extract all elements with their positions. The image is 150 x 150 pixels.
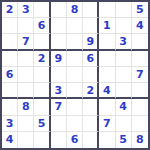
cell-r7c3[interactable] [34, 99, 50, 115]
cell-r4c6[interactable]: 6 [83, 51, 99, 67]
cell-r6c9[interactable] [132, 83, 148, 99]
cell-r2c6[interactable] [83, 18, 99, 34]
cell-r4c8[interactable] [116, 51, 132, 67]
cell-r5c6[interactable] [83, 67, 99, 83]
cell-r8c3[interactable]: 5 [34, 116, 50, 132]
cell-r1c8[interactable] [116, 2, 132, 18]
cell-r6c5[interactable] [67, 83, 83, 99]
cell-r4c7[interactable] [99, 51, 115, 67]
cell-r9c8[interactable]: 5 [116, 132, 132, 148]
cell-r8c1[interactable]: 3 [2, 116, 18, 132]
cell-r6c3[interactable] [34, 83, 50, 99]
cell-r2c7[interactable]: 1 [99, 18, 115, 34]
cell-r3c7[interactable] [99, 34, 115, 50]
cell-r5c1[interactable]: 6 [2, 67, 18, 83]
cell-r7c4[interactable]: 7 [51, 99, 67, 115]
cell-r1c9[interactable]: 5 [132, 2, 148, 18]
cell-r9c3[interactable] [34, 132, 50, 148]
cell-r7c9[interactable] [132, 99, 148, 115]
cell-r9c2[interactable] [18, 132, 34, 148]
cell-r8c8[interactable] [116, 116, 132, 132]
cell-r2c5[interactable] [67, 18, 83, 34]
sudoku-board: 2385614793296673248743574658 [0, 0, 150, 150]
cell-r2c8[interactable] [116, 18, 132, 34]
cell-r3c6[interactable]: 9 [83, 34, 99, 50]
cell-r2c1[interactable] [2, 18, 18, 34]
cell-r5c4[interactable] [51, 67, 67, 83]
cell-r2c9[interactable]: 4 [132, 18, 148, 34]
cell-r1c4[interactable] [51, 2, 67, 18]
cell-r7c1[interactable] [2, 99, 18, 115]
cell-r3c5[interactable] [67, 34, 83, 50]
cell-r2c2[interactable] [18, 18, 34, 34]
cell-r4c3[interactable]: 2 [34, 51, 50, 67]
cell-r7c2[interactable]: 8 [18, 99, 34, 115]
cell-r3c9[interactable] [132, 34, 148, 50]
cell-r4c9[interactable] [132, 51, 148, 67]
cell-r7c8[interactable]: 4 [116, 99, 132, 115]
cell-r8c9[interactable] [132, 116, 148, 132]
cell-r8c6[interactable] [83, 116, 99, 132]
cell-r1c3[interactable] [34, 2, 50, 18]
cell-r4c1[interactable] [2, 51, 18, 67]
cell-r1c5[interactable]: 8 [67, 2, 83, 18]
cell-r7c6[interactable] [83, 99, 99, 115]
cell-r7c5[interactable] [67, 99, 83, 115]
cell-r8c4[interactable] [51, 116, 67, 132]
cell-r9c5[interactable]: 6 [67, 132, 83, 148]
cell-r9c6[interactable] [83, 132, 99, 148]
cell-r1c1[interactable]: 2 [2, 2, 18, 18]
cell-r3c1[interactable] [2, 34, 18, 50]
cell-r9c1[interactable]: 4 [2, 132, 18, 148]
cell-r1c2[interactable]: 3 [18, 2, 34, 18]
cell-r6c2[interactable] [18, 83, 34, 99]
cell-r5c5[interactable] [67, 67, 83, 83]
cell-r2c3[interactable]: 6 [34, 18, 50, 34]
cell-r7c7[interactable] [99, 99, 115, 115]
cell-r6c8[interactable] [116, 83, 132, 99]
cell-r9c9[interactable]: 8 [132, 132, 148, 148]
cell-r3c8[interactable]: 3 [116, 34, 132, 50]
cell-r5c8[interactable] [116, 67, 132, 83]
cell-r2c4[interactable] [51, 18, 67, 34]
cell-r3c4[interactable] [51, 34, 67, 50]
cell-r6c7[interactable]: 4 [99, 83, 115, 99]
cell-r5c3[interactable] [34, 67, 50, 83]
cell-r4c4[interactable]: 9 [51, 51, 67, 67]
cell-r4c2[interactable] [18, 51, 34, 67]
cell-r3c2[interactable]: 7 [18, 34, 34, 50]
cell-r3c3[interactable] [34, 34, 50, 50]
cell-r6c6[interactable]: 2 [83, 83, 99, 99]
cell-r4c5[interactable] [67, 51, 83, 67]
cell-r5c7[interactable] [99, 67, 115, 83]
cell-r9c4[interactable] [51, 132, 67, 148]
cell-r1c6[interactable] [83, 2, 99, 18]
cell-r8c5[interactable] [67, 116, 83, 132]
cell-r5c2[interactable] [18, 67, 34, 83]
cell-r9c7[interactable] [99, 132, 115, 148]
cell-r5c9[interactable]: 7 [132, 67, 148, 83]
cell-r6c4[interactable]: 3 [51, 83, 67, 99]
cell-r1c7[interactable] [99, 2, 115, 18]
cell-r6c1[interactable] [2, 83, 18, 99]
cell-r8c7[interactable]: 7 [99, 116, 115, 132]
cell-r8c2[interactable] [18, 116, 34, 132]
